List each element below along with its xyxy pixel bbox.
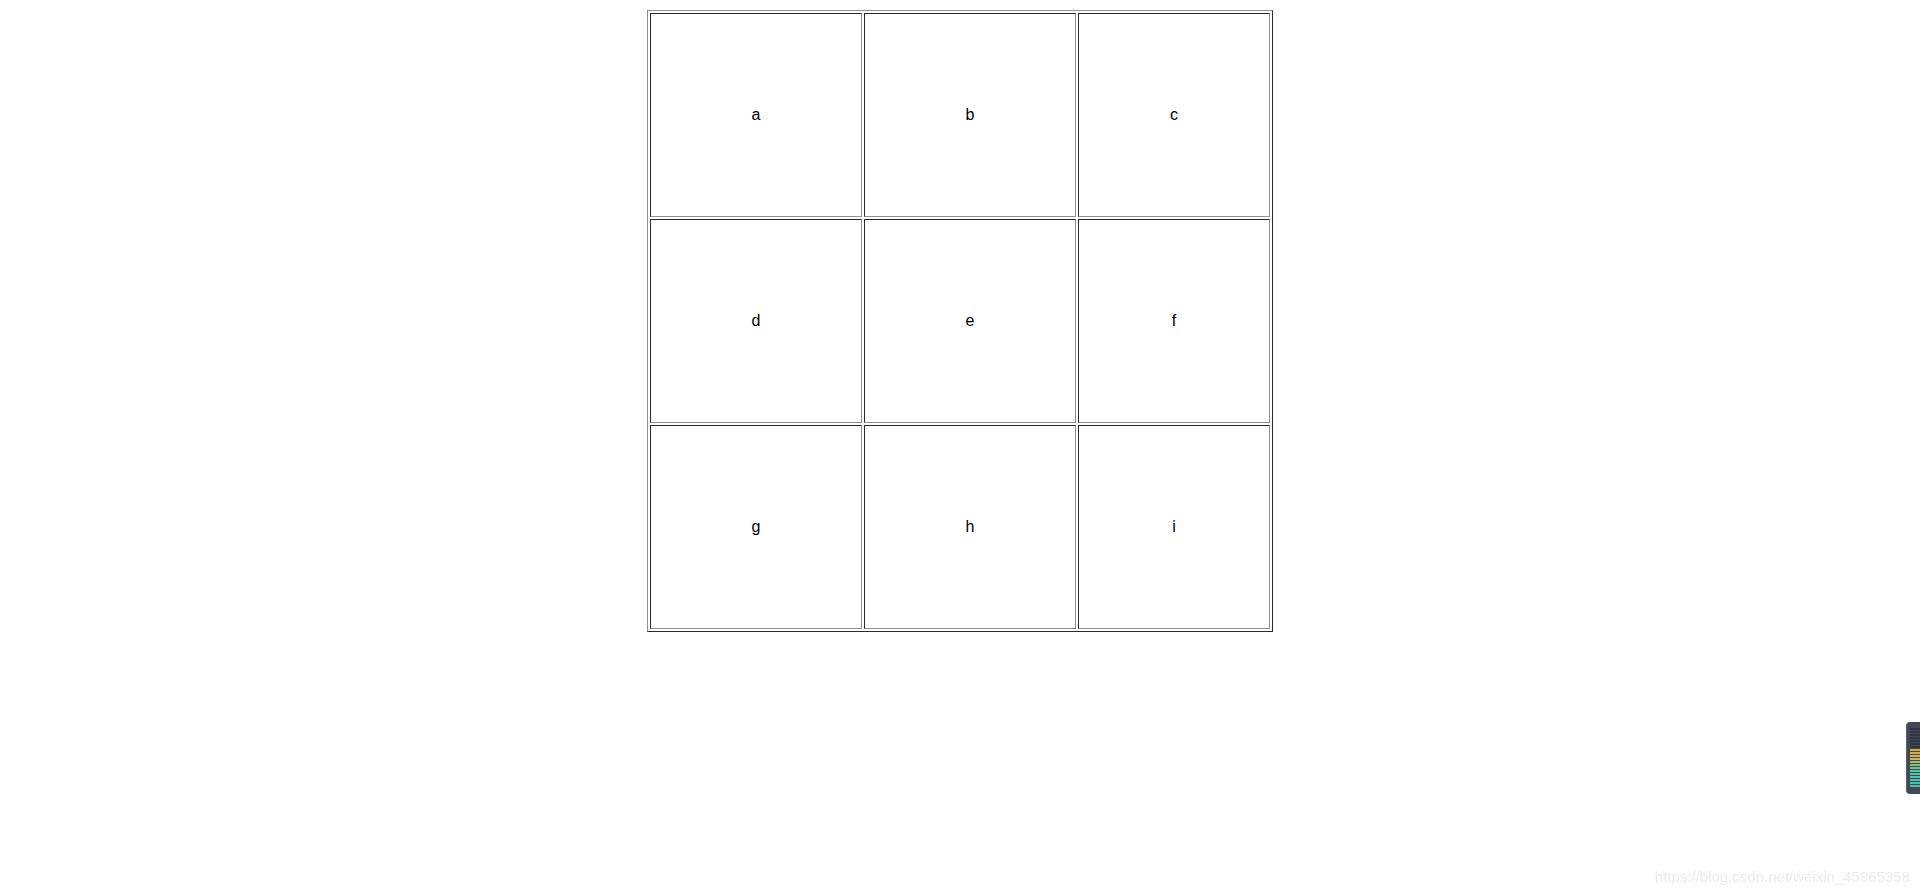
grid-cell-e: e [864,219,1076,423]
grid-row-3: g h i [650,425,1270,629]
grid-cell-d: d [650,219,862,423]
grid-cell-i: i [1078,425,1270,629]
grid-cell-a: a [650,13,862,217]
grid-cell-b: b [864,13,1076,217]
watermark-url: https://blog.csdn.net/weixin_45965358 [1655,868,1910,885]
grid-cell-c: c [1078,13,1270,217]
grid-row-2: d e f [650,219,1270,423]
grid-cell-f: f [1078,219,1270,423]
letter-grid: a b c d e f g h i [647,10,1273,632]
floating-widget[interactable] [1906,722,1920,794]
grid-cell-h: h [864,425,1076,629]
grid-cell-g: g [650,425,862,629]
grid-row-1: a b c [650,13,1270,217]
